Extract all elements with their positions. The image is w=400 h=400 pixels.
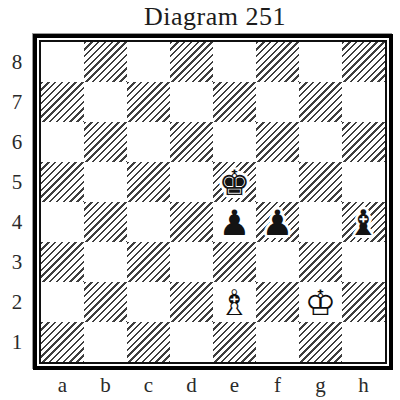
square-f2 [256,282,299,322]
square-d1 [170,322,213,362]
square-g1 [299,322,342,362]
square-d2 [170,282,213,322]
chess-board: ♚♟♟♝♝♗♚♔ [39,40,387,364]
square-g2: ♚♔ [299,282,342,322]
rank-labels: 87654321 [4,42,30,362]
square-a7 [41,82,84,122]
square-a8 [41,42,84,82]
square-b1 [84,322,127,362]
square-h6 [342,122,385,162]
black-pawn-f4: ♟ [256,202,299,242]
white-king-g2: ♚♔ [299,282,342,322]
file-label-c: c [127,371,170,399]
square-c5 [127,162,170,202]
rank-label-3: 3 [4,242,30,282]
black-pawn-glyph: ♟ [262,206,293,241]
square-h1 [342,322,385,362]
square-f5 [256,162,299,202]
diagram-title: Diagram 251 [35,2,395,32]
file-label-d: d [170,371,213,399]
square-c2 [127,282,170,322]
square-a4 [41,202,84,242]
square-d4 [170,202,213,242]
square-f4: ♟ [256,202,299,242]
square-g3 [299,242,342,282]
board-frame: ♚♟♟♝♝♗♚♔ [33,34,393,370]
square-b8 [84,42,127,82]
rank-label-1: 1 [4,322,30,362]
square-e8 [213,42,256,82]
square-c4 [127,202,170,242]
white-bishop-e2: ♝♗ [213,282,256,322]
square-b4 [84,202,127,242]
square-a5 [41,162,84,202]
square-b5 [84,162,127,202]
file-labels: abcdefgh [41,371,385,399]
file-label-e: e [213,371,256,399]
black-pawn-glyph: ♟ [219,206,250,241]
rank-label-7: 7 [4,82,30,122]
square-g4 [299,202,342,242]
square-d6 [170,122,213,162]
square-h2 [342,282,385,322]
square-f6 [256,122,299,162]
square-d5 [170,162,213,202]
square-a3 [41,242,84,282]
black-king-e5: ♚ [213,162,256,202]
square-h4: ♝ [342,202,385,242]
square-f7 [256,82,299,122]
square-e3 [213,242,256,282]
square-e5: ♚ [213,162,256,202]
black-pawn-e4: ♟ [213,202,256,242]
square-b3 [84,242,127,282]
square-d8 [170,42,213,82]
square-h3 [342,242,385,282]
square-h7 [342,82,385,122]
square-e4: ♟ [213,202,256,242]
square-e7 [213,82,256,122]
white-king-outline-glyph: ♔ [305,286,336,321]
square-f1 [256,322,299,362]
square-c8 [127,42,170,82]
white-bishop-outline-glyph: ♗ [219,286,250,321]
black-bishop-glyph: ♝ [348,206,379,241]
square-c3 [127,242,170,282]
square-b6 [84,122,127,162]
file-label-b: b [84,371,127,399]
square-e1 [213,322,256,362]
black-bishop-h4: ♝ [342,202,385,242]
square-a2 [41,282,84,322]
square-c6 [127,122,170,162]
square-f3 [256,242,299,282]
square-d7 [170,82,213,122]
rank-label-8: 8 [4,42,30,82]
square-g5 [299,162,342,202]
file-label-h: h [342,371,385,399]
square-d3 [170,242,213,282]
black-king-glyph: ♚ [219,166,250,201]
square-e6 [213,122,256,162]
rank-label-5: 5 [4,162,30,202]
square-h5 [342,162,385,202]
square-b2 [84,282,127,322]
square-g6 [299,122,342,162]
square-a6 [41,122,84,162]
rank-label-4: 4 [4,202,30,242]
square-c7 [127,82,170,122]
square-c1 [127,322,170,362]
file-label-a: a [41,371,84,399]
square-b7 [84,82,127,122]
square-e2: ♝♗ [213,282,256,322]
square-g8 [299,42,342,82]
square-g7 [299,82,342,122]
square-f8 [256,42,299,82]
file-label-g: g [299,371,342,399]
square-h8 [342,42,385,82]
square-a1 [41,322,84,362]
file-label-f: f [256,371,299,399]
rank-label-6: 6 [4,122,30,162]
rank-label-2: 2 [4,282,30,322]
